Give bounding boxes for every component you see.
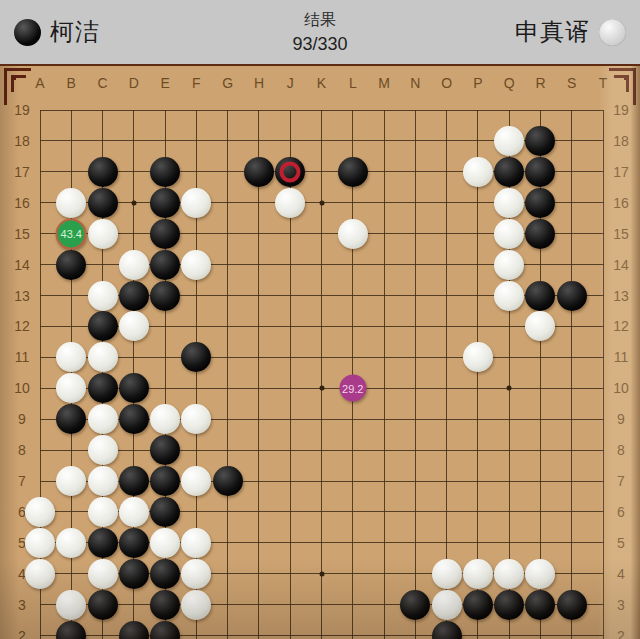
stone-white-C6 (88, 497, 118, 527)
stone-black-G7 (213, 466, 243, 496)
stone-black-B9 (56, 404, 86, 434)
stone-black-E16 (150, 188, 180, 218)
coord-col-M: M (378, 75, 390, 91)
stone-white-B11 (56, 342, 86, 372)
coord-col-D: D (129, 75, 139, 91)
stone-white-Q15 (494, 219, 524, 249)
white-stone-icon (599, 19, 626, 46)
white-player-name: 申真谞 (515, 16, 590, 48)
coord-col-S: S (567, 75, 576, 91)
stone-black-F11 (181, 342, 211, 372)
stone-black-B14 (56, 250, 86, 280)
grid-vline-M (384, 110, 385, 639)
stone-white-Q18 (494, 126, 524, 156)
stone-white-F3 (181, 590, 211, 620)
stone-white-E5 (150, 528, 180, 558)
coord-row-left-19: 19 (14, 102, 30, 118)
stone-black-R16 (525, 188, 555, 218)
grid-vline-G (227, 110, 228, 639)
coord-row-left-15: 15 (14, 226, 30, 242)
stone-black-E3 (150, 590, 180, 620)
stone-black-C5 (88, 528, 118, 558)
star-point-K10 (319, 386, 324, 391)
stone-white-F14 (181, 250, 211, 280)
stone-black-C17 (88, 157, 118, 187)
coord-col-L: L (349, 75, 357, 91)
stone-black-E2 (150, 621, 180, 639)
stone-white-F5 (181, 528, 211, 558)
coord-col-C: C (97, 75, 107, 91)
coord-col-T: T (599, 75, 608, 91)
stone-black-Q3 (494, 590, 524, 620)
stone-black-B2 (56, 621, 86, 639)
grid-vline-S (571, 110, 572, 639)
winrate-marker-B15: 43.4 (56, 218, 87, 249)
stone-black-E8 (150, 435, 180, 465)
stone-black-R13 (525, 281, 555, 311)
stone-white-C15 (88, 219, 118, 249)
coord-row-left-17: 17 (14, 164, 30, 180)
grid-vline-N (415, 110, 416, 639)
stone-black-E4 (150, 559, 180, 589)
coord-col-G: G (222, 75, 233, 91)
stone-black-R15 (525, 219, 555, 249)
coord-row-left-14: 14 (14, 257, 30, 273)
go-board[interactable]: ABCDEFGHJKLMNOPQRST191918181717161615151… (0, 64, 640, 639)
stone-black-R17 (525, 157, 555, 187)
stone-white-A4 (25, 559, 55, 589)
stone-white-B3 (56, 590, 86, 620)
coord-row-left-8: 8 (18, 442, 26, 458)
stone-white-E9 (150, 404, 180, 434)
stone-white-Q13 (494, 281, 524, 311)
last-move-marker-J17 (280, 161, 301, 182)
stone-white-Q4 (494, 559, 524, 589)
black-stone-icon (14, 19, 41, 46)
stone-white-B5 (56, 528, 86, 558)
coord-row-left-9: 9 (18, 411, 26, 427)
coord-row-right-8: 8 (617, 442, 625, 458)
stone-black-D7 (119, 466, 149, 496)
stone-white-P17 (463, 157, 493, 187)
stone-black-D13 (119, 281, 149, 311)
stone-white-B7 (56, 466, 86, 496)
stone-black-E14 (150, 250, 180, 280)
stone-black-S3 (557, 590, 587, 620)
stone-black-C10 (88, 373, 118, 403)
coord-row-right-6: 6 (617, 504, 625, 520)
stone-white-C4 (88, 559, 118, 589)
coord-col-P: P (473, 75, 482, 91)
coord-row-right-7: 7 (617, 473, 625, 489)
stone-white-A5 (25, 528, 55, 558)
stone-black-C3 (88, 590, 118, 620)
stone-white-L15 (338, 219, 368, 249)
coord-row-left-7: 7 (18, 473, 26, 489)
game-header: 柯洁 结果 93/330 申真谞 (0, 0, 640, 64)
coord-row-left-18: 18 (14, 133, 30, 149)
stone-black-O2 (432, 621, 462, 639)
stone-black-P3 (463, 590, 493, 620)
stone-white-F7 (181, 466, 211, 496)
stone-white-C7 (88, 466, 118, 496)
stone-black-Q17 (494, 157, 524, 187)
star-point-K4 (319, 571, 324, 576)
coord-row-right-10: 10 (613, 380, 629, 396)
winrate-marker-L10: 29.2 (339, 375, 366, 402)
coord-col-Q: Q (504, 75, 515, 91)
grid-vline-T (603, 110, 604, 639)
coord-row-left-16: 16 (14, 195, 30, 211)
stone-white-A6 (25, 497, 55, 527)
coord-col-N: N (410, 75, 420, 91)
coord-col-O: O (441, 75, 452, 91)
stone-white-D14 (119, 250, 149, 280)
stone-black-S13 (557, 281, 587, 311)
black-player-name: 柯洁 (50, 16, 100, 48)
coord-row-right-15: 15 (613, 226, 629, 242)
coord-row-left-13: 13 (14, 288, 30, 304)
stone-black-H17 (244, 157, 274, 187)
coord-row-right-2: 2 (617, 628, 625, 639)
stone-black-R3 (525, 590, 555, 620)
black-player: 柯洁 (14, 16, 100, 48)
coord-row-right-14: 14 (613, 257, 629, 273)
stone-black-E15 (150, 219, 180, 249)
coord-col-K: K (317, 75, 326, 91)
stone-white-J16 (275, 188, 305, 218)
stone-black-D5 (119, 528, 149, 558)
stone-white-Q14 (494, 250, 524, 280)
stone-black-L17 (338, 157, 368, 187)
star-point-D16 (131, 200, 136, 205)
stone-black-E6 (150, 497, 180, 527)
coord-row-right-5: 5 (617, 535, 625, 551)
stone-white-C8 (88, 435, 118, 465)
stone-black-D4 (119, 559, 149, 589)
stone-white-D12 (119, 311, 149, 341)
coord-row-right-19: 19 (613, 102, 629, 118)
stone-black-D10 (119, 373, 149, 403)
coord-row-left-11: 11 (15, 349, 30, 365)
stone-white-P4 (463, 559, 493, 589)
coord-col-A: A (35, 75, 44, 91)
coord-row-right-3: 3 (617, 597, 625, 613)
stone-white-D6 (119, 497, 149, 527)
white-player: 申真谞 (515, 16, 626, 48)
coord-col-F: F (192, 75, 201, 91)
coord-row-right-11: 11 (614, 349, 629, 365)
coord-col-H: H (254, 75, 264, 91)
stone-white-C11 (88, 342, 118, 372)
stone-white-B10 (56, 373, 86, 403)
stone-black-E17 (150, 157, 180, 187)
stone-white-B16 (56, 188, 86, 218)
stone-white-O3 (432, 590, 462, 620)
stone-black-N3 (400, 590, 430, 620)
coord-row-left-10: 10 (14, 380, 30, 396)
result-label: 结果 (304, 10, 336, 31)
stone-black-C16 (88, 188, 118, 218)
coord-row-right-12: 12 (613, 318, 629, 334)
coord-col-E: E (160, 75, 169, 91)
stone-white-C9 (88, 404, 118, 434)
move-counter: 93/330 (292, 34, 347, 55)
stone-white-F16 (181, 188, 211, 218)
coord-row-right-17: 17 (613, 164, 629, 180)
star-point-Q10 (507, 386, 512, 391)
stone-white-F4 (181, 559, 211, 589)
stone-black-E13 (150, 281, 180, 311)
stone-white-R4 (525, 559, 555, 589)
stone-white-O4 (432, 559, 462, 589)
coord-col-B: B (67, 75, 76, 91)
stone-black-E7 (150, 466, 180, 496)
stone-white-Q16 (494, 188, 524, 218)
coord-row-left-12: 12 (14, 318, 30, 334)
go-app: 柯洁 结果 93/330 申真谞 ABCDEFGHJKLMNOPQRST1919… (0, 0, 640, 639)
stone-black-C12 (88, 311, 118, 341)
grid-vline-H (258, 110, 259, 639)
stone-black-D9 (119, 404, 149, 434)
coord-row-right-4: 4 (617, 566, 625, 582)
coord-row-right-13: 13 (613, 288, 629, 304)
coord-row-left-2: 2 (18, 628, 26, 639)
stone-white-P11 (463, 342, 493, 372)
stone-white-F9 (181, 404, 211, 434)
coord-col-R: R (535, 75, 545, 91)
stone-black-R18 (525, 126, 555, 156)
coord-row-right-16: 16 (613, 195, 629, 211)
stone-white-R12 (525, 311, 555, 341)
coord-row-right-18: 18 (613, 133, 629, 149)
coord-row-left-3: 3 (18, 597, 26, 613)
star-point-K16 (319, 200, 324, 205)
stone-black-D2 (119, 621, 149, 639)
grid-vline-K (321, 110, 322, 639)
coord-row-right-9: 9 (617, 411, 625, 427)
coord-col-J: J (287, 75, 294, 91)
stone-white-C13 (88, 281, 118, 311)
